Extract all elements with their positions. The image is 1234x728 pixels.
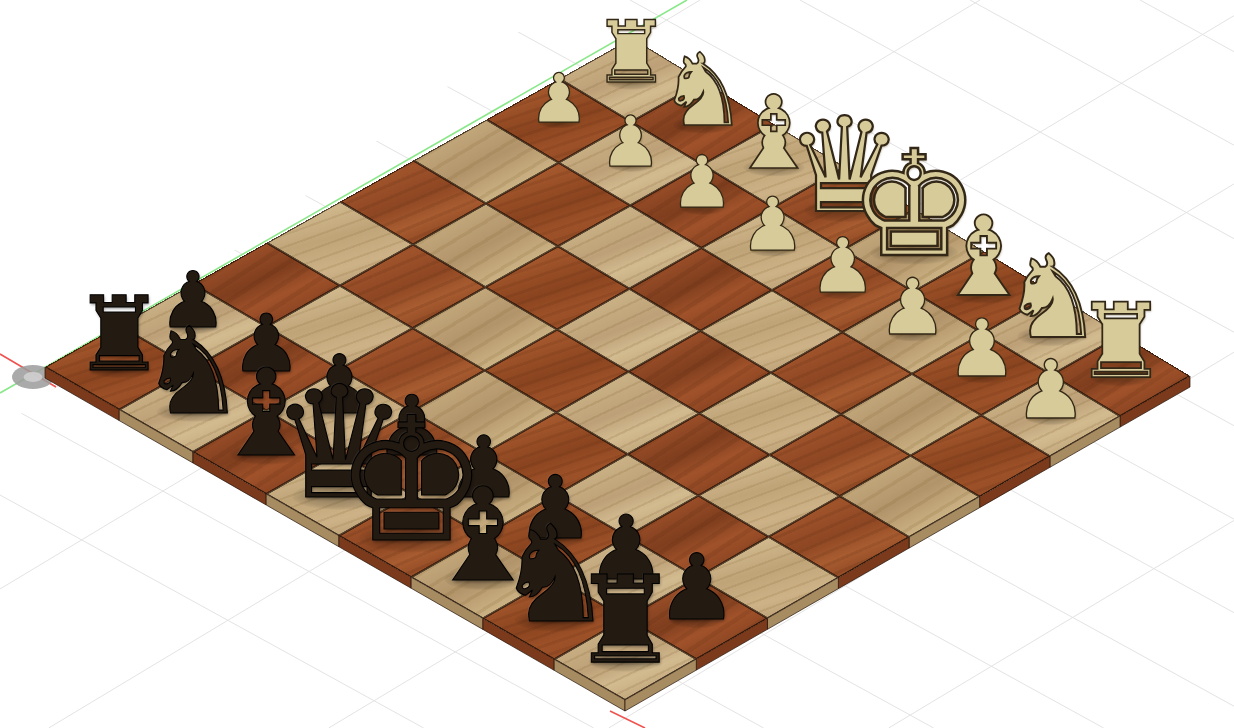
piece-white-p-e2[interactable]: ♟	[809, 229, 877, 305]
piece-white-p-g2[interactable]: ♟	[946, 309, 1017, 389]
piece-black-r-h8[interactable]: ♜	[571, 560, 679, 681]
piece-white-p-h2[interactable]: ♟	[1014, 349, 1087, 431]
origin-marker-center	[24, 372, 43, 382]
cad-viewport: ♜♞♝♛♚♝♞♜♟♟♟♟♟♟♟♟♟♟♟♟♟♟♟♟♜♞♝♛♚♝♞♜	[0, 0, 1234, 728]
piece-white-p-f2[interactable]: ♟	[878, 269, 948, 347]
piece-white-p-a2[interactable]: ♟	[529, 65, 590, 133]
piece-white-p-d2[interactable]: ♟	[739, 188, 805, 262]
piece-white-p-c2[interactable]: ♟	[670, 147, 734, 219]
x-axis-red	[610, 711, 645, 728]
piece-white-p-b2[interactable]: ♟	[599, 106, 662, 176]
piece-white-r-h1[interactable]: ♜	[1075, 290, 1168, 394]
